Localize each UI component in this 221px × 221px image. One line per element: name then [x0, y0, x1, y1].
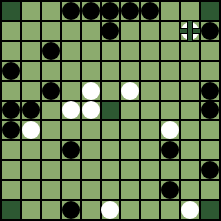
board-square[interactable]: [2, 121, 20, 139]
board-square[interactable]: [102, 141, 120, 159]
black-attacker-piece[interactable]: [42, 42, 60, 60]
board-square[interactable]: [62, 141, 80, 159]
board-square[interactable]: [121, 141, 139, 159]
board-square[interactable]: [102, 181, 120, 199]
board-square[interactable]: [141, 42, 159, 60]
board-square[interactable]: [42, 2, 60, 20]
board-square[interactable]: [62, 161, 80, 179]
black-attacker-piece[interactable]: [42, 82, 60, 100]
board-square[interactable]: [201, 161, 219, 179]
board-square[interactable]: [161, 102, 179, 120]
black-attacker-piece[interactable]: [101, 22, 119, 40]
board-square[interactable]: [201, 42, 219, 60]
board-square[interactable]: [201, 22, 219, 40]
board-square[interactable]: [22, 42, 40, 60]
board-square[interactable]: [42, 181, 60, 199]
board-square[interactable]: [102, 2, 120, 20]
board-square[interactable]: [121, 181, 139, 199]
board-square[interactable]: [82, 161, 100, 179]
white-defender-piece[interactable]: [82, 82, 100, 100]
white-defender-piece[interactable]: [101, 201, 119, 219]
corner-escape-square[interactable]: [2, 2, 20, 20]
board-square[interactable]: [181, 82, 199, 100]
board-square[interactable]: [121, 2, 139, 20]
board-square[interactable]: [181, 42, 199, 60]
black-attacker-piece[interactable]: [201, 82, 219, 100]
board-square[interactable]: [102, 201, 120, 219]
board-square[interactable]: [181, 141, 199, 159]
board-square[interactable]: [102, 62, 120, 80]
black-attacker-piece[interactable]: [201, 22, 219, 40]
black-attacker-piece[interactable]: [22, 101, 40, 119]
board-square[interactable]: [121, 22, 139, 40]
board-square[interactable]: [181, 161, 199, 179]
board-square[interactable]: [181, 201, 199, 219]
board-square[interactable]: [22, 62, 40, 80]
board-square[interactable]: [141, 121, 159, 139]
board-square[interactable]: [102, 82, 120, 100]
white-defender-piece[interactable]: [62, 101, 80, 119]
board-square[interactable]: [121, 121, 139, 139]
white-defender-piece[interactable]: [161, 121, 179, 139]
board-square[interactable]: [62, 82, 80, 100]
board-square[interactable]: [201, 121, 219, 139]
throne-square[interactable]: [102, 102, 120, 120]
board-square[interactable]: [82, 121, 100, 139]
board-square[interactable]: [141, 141, 159, 159]
board-square[interactable]: [22, 161, 40, 179]
board-square[interactable]: [121, 201, 139, 219]
king-cross-vertical: [187, 21, 193, 41]
board-square[interactable]: [141, 102, 159, 120]
black-attacker-piece[interactable]: [62, 201, 80, 219]
board-square[interactable]: [42, 201, 60, 219]
black-attacker-piece[interactable]: [2, 101, 20, 119]
black-attacker-piece[interactable]: [2, 62, 20, 80]
board-square[interactable]: [22, 121, 40, 139]
board-square[interactable]: [102, 121, 120, 139]
board-square[interactable]: [102, 42, 120, 60]
board-square[interactable]: [181, 2, 199, 20]
board-square[interactable]: [102, 22, 120, 40]
board-square[interactable]: [62, 62, 80, 80]
board-square[interactable]: [22, 22, 40, 40]
board-square[interactable]: [181, 22, 199, 40]
board-square[interactable]: [141, 82, 159, 100]
corner-escape-square[interactable]: [201, 201, 219, 219]
black-attacker-piece[interactable]: [201, 161, 219, 179]
board-square[interactable]: [141, 201, 159, 219]
board-square[interactable]: [161, 62, 179, 80]
board-square[interactable]: [42, 141, 60, 159]
board-square[interactable]: [62, 102, 80, 120]
board-square[interactable]: [161, 161, 179, 179]
board-square[interactable]: [82, 201, 100, 219]
board-square[interactable]: [2, 102, 20, 120]
board-square[interactable]: [161, 201, 179, 219]
board-square[interactable]: [82, 22, 100, 40]
board-square[interactable]: [42, 82, 60, 100]
board-square[interactable]: [2, 42, 20, 60]
board-square[interactable]: [201, 62, 219, 80]
board-square[interactable]: [22, 82, 40, 100]
board-square[interactable]: [22, 141, 40, 159]
board-square[interactable]: [62, 181, 80, 199]
board-square[interactable]: [141, 161, 159, 179]
board-square[interactable]: [141, 2, 159, 20]
corner-escape-square[interactable]: [2, 201, 20, 219]
board-square[interactable]: [121, 62, 139, 80]
board-square[interactable]: [2, 82, 20, 100]
black-attacker-piece[interactable]: [121, 2, 139, 20]
board-square[interactable]: [102, 161, 120, 179]
board-square[interactable]: [2, 62, 20, 80]
board-square[interactable]: [141, 22, 159, 40]
white-defender-piece[interactable]: [181, 201, 199, 219]
board-square[interactable]: [62, 201, 80, 219]
board-square[interactable]: [161, 141, 179, 159]
board-square[interactable]: [82, 181, 100, 199]
board-square[interactable]: [121, 102, 139, 120]
black-attacker-piece[interactable]: [161, 181, 179, 199]
board-square[interactable]: [161, 82, 179, 100]
board-square[interactable]: [62, 22, 80, 40]
board-square[interactable]: [42, 22, 60, 40]
board-square[interactable]: [22, 201, 40, 219]
board-square[interactable]: [141, 62, 159, 80]
black-attacker-piece[interactable]: [101, 2, 119, 20]
board-square[interactable]: [161, 121, 179, 139]
board-square[interactable]: [42, 161, 60, 179]
board-square[interactable]: [42, 121, 60, 139]
board-square[interactable]: [62, 121, 80, 139]
black-attacker-piece[interactable]: [62, 2, 80, 20]
black-attacker-piece[interactable]: [201, 101, 219, 119]
board-square[interactable]: [82, 141, 100, 159]
board-square[interactable]: [82, 2, 100, 20]
board-square[interactable]: [22, 2, 40, 20]
board-square[interactable]: [62, 42, 80, 60]
board-square[interactable]: [22, 181, 40, 199]
board-square[interactable]: [121, 42, 139, 60]
board-square[interactable]: [121, 161, 139, 179]
board-square[interactable]: [141, 181, 159, 199]
board-square[interactable]: [161, 181, 179, 199]
board-square[interactable]: [161, 2, 179, 20]
black-attacker-piece[interactable]: [2, 121, 20, 139]
black-attacker-piece[interactable]: [62, 141, 80, 159]
board-square[interactable]: [121, 82, 139, 100]
board-square[interactable]: [42, 62, 60, 80]
board-square[interactable]: [181, 62, 199, 80]
board-square[interactable]: [82, 42, 100, 60]
board-square[interactable]: [201, 102, 219, 120]
king-piece[interactable]: [181, 22, 199, 40]
board-square[interactable]: [42, 102, 60, 120]
board-square[interactable]: [2, 181, 20, 199]
corner-escape-square[interactable]: [201, 2, 219, 20]
black-attacker-piece[interactable]: [161, 141, 179, 159]
board-square[interactable]: [62, 2, 80, 20]
board-square[interactable]: [22, 102, 40, 120]
white-defender-piece[interactable]: [82, 101, 100, 119]
board-square[interactable]: [201, 82, 219, 100]
board-square[interactable]: [161, 22, 179, 40]
board-square[interactable]: [2, 161, 20, 179]
hnefatafl-board: [0, 0, 221, 221]
board-square[interactable]: [2, 22, 20, 40]
board-square[interactable]: [201, 181, 219, 199]
board-square[interactable]: [42, 42, 60, 60]
board-square[interactable]: [82, 82, 100, 100]
board-square[interactable]: [181, 102, 199, 120]
board-square[interactable]: [161, 42, 179, 60]
board-square[interactable]: [2, 141, 20, 159]
board-square[interactable]: [181, 121, 199, 139]
board-square[interactable]: [82, 102, 100, 120]
board-square[interactable]: [82, 62, 100, 80]
black-attacker-piece[interactable]: [141, 2, 159, 20]
board-square[interactable]: [201, 141, 219, 159]
board-square[interactable]: [181, 181, 199, 199]
white-defender-piece[interactable]: [22, 121, 40, 139]
white-defender-piece[interactable]: [121, 82, 139, 100]
black-attacker-piece[interactable]: [82, 2, 100, 20]
